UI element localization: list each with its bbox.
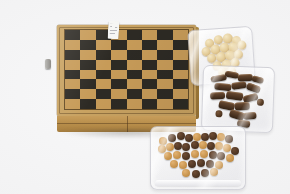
board-square (173, 60, 188, 70)
checker-piece-dark (217, 152, 225, 160)
board-square (173, 70, 188, 80)
checker-piece-dark (174, 142, 182, 150)
checker-piece-dark (168, 134, 176, 142)
board-square (173, 79, 188, 89)
board-grid (64, 29, 189, 110)
chess-piece-dark (215, 110, 222, 117)
board-square (157, 40, 172, 50)
board-square (142, 50, 157, 60)
checker-piece-light (179, 161, 187, 169)
chess-piece-dark (243, 112, 257, 120)
board-square (173, 89, 188, 99)
chessboard (57, 25, 196, 116)
board-square (80, 30, 95, 40)
board-square (157, 30, 172, 40)
board-square (80, 79, 95, 89)
checker-piece-dark (191, 141, 199, 149)
board-square (65, 50, 80, 60)
chess-piece-dark (238, 74, 253, 82)
checker-piece-light (223, 144, 231, 152)
board-square (80, 50, 95, 60)
board-square (65, 60, 80, 70)
bag-checkers (150, 126, 246, 190)
clasp-latch-icon (45, 59, 51, 69)
checker-piece-light (199, 141, 207, 149)
checker-piece-light (215, 142, 223, 150)
board-square (157, 70, 172, 80)
checker-piece-light (210, 168, 218, 176)
board-square (96, 50, 111, 60)
board-square (80, 99, 95, 109)
board-square (157, 79, 172, 89)
checker-piece-dark (207, 142, 215, 150)
board-square (80, 89, 95, 99)
board-square (96, 79, 111, 89)
board-square (127, 99, 142, 109)
board-square (65, 79, 80, 89)
checker-piece-light (182, 169, 190, 177)
board-square (65, 70, 80, 80)
board-square (96, 70, 111, 80)
checker-piece-light (166, 143, 174, 151)
board-square (96, 99, 111, 109)
checker-piece-dark (201, 169, 209, 177)
chess-piece-dark (214, 83, 232, 92)
board-square (142, 89, 157, 99)
board-square (142, 99, 157, 109)
board-square (127, 50, 142, 60)
board-square (80, 40, 95, 50)
board-square (157, 50, 172, 60)
checker-piece-dark (188, 160, 196, 168)
checker-piece-light (164, 152, 172, 160)
board-square (96, 89, 111, 99)
bag-zip-seal (155, 180, 241, 186)
board-square (142, 30, 157, 40)
checker-piece-dark (182, 143, 190, 151)
board-square (173, 30, 188, 40)
checker-piece-light (170, 160, 178, 168)
board-square (173, 40, 188, 50)
checker-piece-light (191, 150, 199, 158)
board-square (157, 60, 172, 70)
board-square (127, 30, 142, 40)
board-square (65, 30, 80, 40)
checker-piece-light (173, 151, 181, 159)
board-square (65, 89, 80, 99)
checker-piece-dark (209, 151, 217, 159)
checker-piece-dark (182, 152, 190, 160)
checker-piece-light (217, 133, 225, 141)
board-square (65, 40, 80, 50)
board-square (127, 89, 142, 99)
board-square (111, 79, 126, 89)
board-square (111, 40, 126, 50)
bag-dark-contents (202, 66, 274, 132)
board-square (173, 50, 188, 60)
board-square (127, 70, 142, 80)
checker-piece-light (200, 150, 208, 158)
chess-piece-dark (257, 99, 264, 106)
chess-piece-white (237, 40, 247, 50)
board-square (142, 79, 157, 89)
checker-piece-dark (201, 133, 209, 141)
board-square (157, 89, 172, 99)
checker-piece-dark (192, 170, 200, 178)
board-square (111, 50, 126, 60)
board-square (111, 60, 126, 70)
board-square (111, 89, 126, 99)
checker-piece-dark (225, 135, 233, 143)
board-square (96, 60, 111, 70)
board-square (173, 99, 188, 109)
checker-piece-dark (209, 132, 217, 140)
board-square (142, 60, 157, 70)
checker-piece-dark (197, 159, 205, 167)
checker-piece-dark (206, 160, 214, 168)
board-square (65, 99, 80, 109)
barcode-sticker (108, 21, 120, 40)
board-square (142, 70, 157, 80)
board-square (142, 40, 157, 50)
board-square (80, 70, 95, 80)
board-square (127, 40, 142, 50)
chess-piece-dark (251, 75, 264, 84)
board-square (96, 40, 111, 50)
product-photo (0, 0, 290, 194)
bag-dark-chess-pieces (201, 65, 275, 133)
board-square (127, 60, 142, 70)
board-square (157, 99, 172, 109)
board-square (111, 99, 126, 109)
checker-piece-dark (177, 132, 185, 140)
chess-piece-dark (231, 81, 247, 90)
chess-piece-dark (226, 91, 244, 101)
board-square (111, 70, 126, 80)
chess-piece-dark (210, 92, 225, 100)
board-square (127, 79, 142, 89)
checker-piece-light (193, 133, 201, 141)
chess-piece-dark (235, 102, 250, 111)
board-square (80, 60, 95, 70)
checker-piece-light (226, 154, 234, 162)
chess-piece-dark (246, 82, 262, 93)
